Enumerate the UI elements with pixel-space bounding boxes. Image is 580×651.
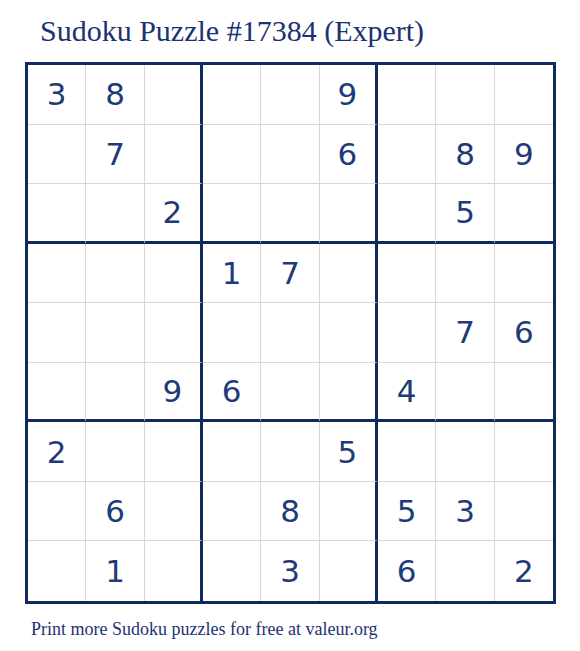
sudoku-cell-empty [261, 184, 319, 244]
sudoku-cell-given: 9 [145, 363, 203, 423]
sudoku-cell-empty [145, 482, 203, 542]
sudoku-cell-given: 1 [86, 541, 144, 601]
sudoku-cell-empty [145, 303, 203, 363]
sudoku-cell-empty [28, 363, 86, 423]
sudoku-cell-given: 3 [436, 482, 494, 542]
sudoku-cell-empty [261, 303, 319, 363]
sudoku-cell-empty [320, 482, 378, 542]
sudoku-cell-given: 7 [436, 303, 494, 363]
sudoku-cell-empty [378, 244, 436, 304]
sudoku-cell-empty [145, 541, 203, 601]
sudoku-cell-empty [495, 244, 553, 304]
sudoku-cell-given: 1 [203, 244, 261, 304]
sudoku-cell-empty [203, 541, 261, 601]
sudoku-cell-empty [203, 482, 261, 542]
sudoku-cell-empty [28, 541, 86, 601]
sudoku-cell-given: 2 [28, 422, 86, 482]
sudoku-cell-empty [28, 184, 86, 244]
sudoku-cell-given: 6 [320, 125, 378, 185]
sudoku-cell-empty [436, 65, 494, 125]
sudoku-cell-empty [261, 363, 319, 423]
sudoku-cell-empty [261, 65, 319, 125]
sudoku-cell-empty [145, 125, 203, 185]
sudoku-cell-given: 2 [145, 184, 203, 244]
sudoku-cell-empty [28, 125, 86, 185]
page-title: Sudoku Puzzle #17384 (Expert) [40, 13, 424, 49]
sudoku-cell-empty [203, 303, 261, 363]
sudoku-cell-given: 8 [436, 125, 494, 185]
sudoku-cell-empty [495, 65, 553, 125]
sudoku-cell-given: 4 [378, 363, 436, 423]
sudoku-cell-empty [28, 244, 86, 304]
sudoku-cell-empty [378, 422, 436, 482]
sudoku-cell-given: 6 [378, 541, 436, 601]
sudoku-cell-empty [28, 482, 86, 542]
sudoku-cell-empty [86, 244, 144, 304]
sudoku-cell-empty [86, 303, 144, 363]
sudoku-print-page: Sudoku Puzzle #17384 (Expert) 3897689251… [0, 0, 580, 651]
sudoku-cell-empty [320, 303, 378, 363]
sudoku-cell-empty [145, 422, 203, 482]
sudoku-cell-empty [436, 422, 494, 482]
sudoku-cell-given: 7 [86, 125, 144, 185]
footer-text: Print more Sudoku puzzles for free at va… [31, 618, 378, 640]
sudoku-cell-empty [320, 541, 378, 601]
sudoku-cell-empty [320, 184, 378, 244]
sudoku-cell-empty [378, 184, 436, 244]
sudoku-cell-given: 3 [261, 541, 319, 601]
sudoku-cell-empty [495, 363, 553, 423]
sudoku-cell-empty [203, 125, 261, 185]
sudoku-cell-empty [378, 303, 436, 363]
sudoku-cell-empty [436, 244, 494, 304]
sudoku-cell-given: 9 [495, 125, 553, 185]
sudoku-cell-given: 7 [261, 244, 319, 304]
sudoku-cell-given: 8 [261, 482, 319, 542]
sudoku-cell-empty [378, 65, 436, 125]
sudoku-cell-empty [86, 363, 144, 423]
sudoku-cell-empty [436, 541, 494, 601]
sudoku-cell-empty [261, 422, 319, 482]
sudoku-cell-empty [261, 125, 319, 185]
sudoku-cell-empty [203, 65, 261, 125]
sudoku-cell-empty [145, 244, 203, 304]
sudoku-cell-given: 6 [86, 482, 144, 542]
sudoku-cell-empty [378, 125, 436, 185]
sudoku-cell-given: 3 [28, 65, 86, 125]
sudoku-cell-empty [436, 363, 494, 423]
sudoku-cell-empty [495, 482, 553, 542]
sudoku-cell-empty [495, 422, 553, 482]
sudoku-cell-given: 9 [320, 65, 378, 125]
sudoku-cell-given: 5 [320, 422, 378, 482]
sudoku-cell-empty [320, 363, 378, 423]
sudoku-cell-empty [203, 422, 261, 482]
sudoku-cell-empty [145, 65, 203, 125]
sudoku-cell-given: 8 [86, 65, 144, 125]
sudoku-cell-empty [28, 303, 86, 363]
sudoku-cell-given: 6 [203, 363, 261, 423]
sudoku-cell-empty [203, 184, 261, 244]
sudoku-cell-given: 5 [436, 184, 494, 244]
sudoku-cell-empty [86, 422, 144, 482]
sudoku-cell-given: 5 [378, 482, 436, 542]
sudoku-board: 38976892517769642568531362 [25, 62, 556, 604]
sudoku-cell-given: 2 [495, 541, 553, 601]
sudoku-cell-empty [320, 244, 378, 304]
sudoku-cell-given: 6 [495, 303, 553, 363]
sudoku-cell-empty [86, 184, 144, 244]
sudoku-cell-empty [495, 184, 553, 244]
